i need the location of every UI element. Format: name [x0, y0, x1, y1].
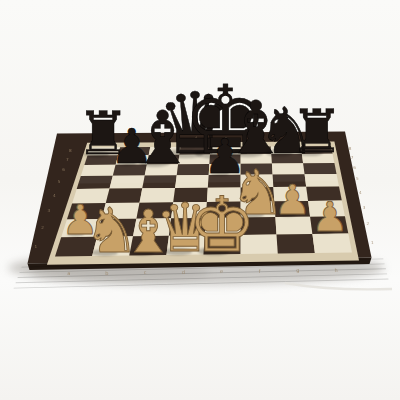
- rank-label-left-1: 1: [35, 244, 38, 249]
- square-g1: [277, 234, 315, 254]
- black-rook-h8: ♜: [290, 96, 344, 166]
- rank-label-right-8: 8: [349, 146, 352, 151]
- rank-label-left-5: 5: [58, 179, 61, 184]
- rank-label-right-1: 1: [371, 240, 374, 245]
- file-label-bottom-h: h: [335, 267, 338, 273]
- chessboard-scene: aabbccddeeffgghh1122334455667788♜♛♚♝♞♜♟♝…: [0, 0, 400, 400]
- rank-label-right-7: 7: [351, 155, 354, 160]
- rank-label-right-2: 2: [367, 221, 370, 226]
- white-king-e1: ♚: [188, 180, 256, 269]
- file-label-bottom-g: g: [296, 267, 299, 274]
- rank-label-right-6: 6: [353, 165, 356, 170]
- file-label-bottom-c: c: [144, 269, 147, 275]
- white-pawn-h2: ♟: [311, 193, 348, 241]
- rank-label-left-8: 8: [69, 148, 72, 153]
- rank-label-left-4: 4: [53, 193, 56, 198]
- white-pawn-g3: ♟: [274, 176, 311, 224]
- black-bishop-c7: ♝: [130, 95, 195, 180]
- file-label-bottom-d: d: [182, 269, 185, 275]
- rank-label-left-6: 6: [62, 167, 65, 172]
- chessboard-photo: aabbccddeeffgghh1122334455667788♜♛♚♝♞♜♟♝…: [0, 0, 400, 400]
- rank-label-left-3: 3: [47, 208, 50, 213]
- rank-label-left-2: 2: [41, 225, 44, 230]
- rank-label-right-4: 4: [359, 190, 362, 195]
- file-label-bottom-e: e: [220, 268, 223, 274]
- table-reflection-line: [285, 283, 392, 289]
- rank-label-left-7: 7: [66, 157, 69, 162]
- rank-label-right-3: 3: [363, 205, 366, 210]
- rank-label-right-5: 5: [356, 176, 359, 181]
- file-label-bottom-b: b: [105, 270, 108, 276]
- file-label-bottom-a: a: [67, 270, 70, 276]
- file-label-bottom-f: f: [259, 268, 261, 274]
